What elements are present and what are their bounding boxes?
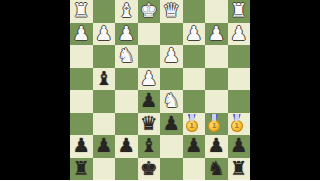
square-d1[interactable]: ♛ (160, 0, 183, 23)
square-f5[interactable] (115, 90, 138, 113)
chess-board: ♜♝♚♛♜♟♟♟♟♟♟♞♟♝♟♟♞♛♟♟♟♟♝♟♟♟♜♚♞♜111 (70, 0, 250, 180)
square-e8[interactable]: ♚ (138, 158, 161, 181)
square-c4[interactable] (183, 68, 206, 91)
piece-black-bishop[interactable]: ♝ (138, 135, 161, 158)
piece-black-pawn[interactable]: ♟ (115, 135, 138, 158)
square-g5[interactable] (93, 90, 116, 113)
square-f4[interactable] (115, 68, 138, 91)
square-a5[interactable] (228, 90, 251, 113)
square-h8[interactable]: ♜ (70, 158, 93, 181)
video-frame: ♜♝♚♛♜♟♟♟♟♟♟♞♟♝♟♟♞♛♟♟♟♟♝♟♟♟♜♚♞♜111 (0, 0, 320, 180)
piece-black-bishop[interactable]: ♝ (93, 68, 116, 91)
square-f2[interactable]: ♟ (115, 23, 138, 46)
square-d6[interactable]: ♟ (160, 113, 183, 136)
piece-black-pawn[interactable]: ♟ (160, 113, 183, 136)
piece-white-pawn[interactable]: ♟ (183, 23, 206, 46)
square-e5[interactable]: ♟ (138, 90, 161, 113)
square-e7[interactable]: ♝ (138, 135, 161, 158)
piece-white-king[interactable]: ♚ (138, 0, 161, 23)
square-g1[interactable] (93, 0, 116, 23)
square-g8[interactable] (93, 158, 116, 181)
piece-black-rook[interactable]: ♜ (228, 158, 251, 181)
square-f6[interactable] (115, 113, 138, 136)
square-g6[interactable] (93, 113, 116, 136)
square-d2[interactable] (160, 23, 183, 46)
square-h6[interactable] (70, 113, 93, 136)
square-f3[interactable]: ♞ (115, 45, 138, 68)
piece-white-rook[interactable]: ♜ (70, 0, 93, 23)
square-g3[interactable] (93, 45, 116, 68)
square-c8[interactable] (183, 158, 206, 181)
square-a2[interactable]: ♟ (228, 23, 251, 46)
square-h7[interactable]: ♟ (70, 135, 93, 158)
square-b6[interactable] (205, 113, 228, 136)
square-g4[interactable]: ♝ (93, 68, 116, 91)
piece-black-pawn[interactable]: ♟ (183, 135, 206, 158)
square-c1[interactable] (183, 0, 206, 23)
piece-white-pawn[interactable]: ♟ (160, 45, 183, 68)
square-a7[interactable]: ♟ (228, 135, 251, 158)
piece-black-pawn[interactable]: ♟ (93, 135, 116, 158)
square-c3[interactable] (183, 45, 206, 68)
piece-white-queen[interactable]: ♛ (160, 0, 183, 23)
piece-black-knight[interactable]: ♞ (205, 158, 228, 181)
square-g7[interactable]: ♟ (93, 135, 116, 158)
square-b4[interactable] (205, 68, 228, 91)
square-d5[interactable]: ♞ (160, 90, 183, 113)
square-e1[interactable]: ♚ (138, 0, 161, 23)
square-c5[interactable] (183, 90, 206, 113)
square-h3[interactable] (70, 45, 93, 68)
piece-white-pawn[interactable]: ♟ (138, 68, 161, 91)
piece-white-pawn[interactable]: ♟ (70, 23, 93, 46)
square-d3[interactable]: ♟ (160, 45, 183, 68)
piece-white-pawn[interactable]: ♟ (228, 23, 251, 46)
square-a6[interactable] (228, 113, 251, 136)
square-h5[interactable] (70, 90, 93, 113)
piece-white-knight[interactable]: ♞ (160, 90, 183, 113)
square-e3[interactable] (138, 45, 161, 68)
piece-black-pawn[interactable]: ♟ (70, 135, 93, 158)
square-e4[interactable]: ♟ (138, 68, 161, 91)
piece-black-queen[interactable]: ♛ (138, 113, 161, 136)
square-h2[interactable]: ♟ (70, 23, 93, 46)
square-b7[interactable]: ♟ (205, 135, 228, 158)
square-b1[interactable] (205, 0, 228, 23)
piece-white-knight[interactable]: ♞ (115, 45, 138, 68)
square-h1[interactable]: ♜ (70, 0, 93, 23)
square-f8[interactable] (115, 158, 138, 181)
square-d7[interactable] (160, 135, 183, 158)
piece-white-pawn[interactable]: ♟ (115, 23, 138, 46)
square-h4[interactable] (70, 68, 93, 91)
piece-black-pawn[interactable]: ♟ (205, 135, 228, 158)
piece-white-bishop[interactable]: ♝ (115, 0, 138, 23)
square-f1[interactable]: ♝ (115, 0, 138, 23)
square-e6[interactable]: ♛ (138, 113, 161, 136)
square-e2[interactable] (138, 23, 161, 46)
piece-black-king[interactable]: ♚ (138, 158, 161, 181)
square-b5[interactable] (205, 90, 228, 113)
square-b8[interactable]: ♞ (205, 158, 228, 181)
piece-black-pawn[interactable]: ♟ (228, 135, 251, 158)
square-d4[interactable] (160, 68, 183, 91)
square-a1[interactable]: ♜ (228, 0, 251, 23)
square-b3[interactable] (205, 45, 228, 68)
piece-black-pawn[interactable]: ♟ (138, 90, 161, 113)
square-a4[interactable] (228, 68, 251, 91)
square-a3[interactable] (228, 45, 251, 68)
square-d8[interactable] (160, 158, 183, 181)
piece-white-pawn[interactable]: ♟ (205, 23, 228, 46)
piece-black-rook[interactable]: ♜ (70, 158, 93, 181)
square-a8[interactable]: ♜ (228, 158, 251, 181)
square-b2[interactable]: ♟ (205, 23, 228, 46)
piece-white-pawn[interactable]: ♟ (93, 23, 116, 46)
piece-white-rook[interactable]: ♜ (228, 0, 251, 23)
square-c7[interactable]: ♟ (183, 135, 206, 158)
square-g2[interactable]: ♟ (93, 23, 116, 46)
square-f7[interactable]: ♟ (115, 135, 138, 158)
square-c2[interactable]: ♟ (183, 23, 206, 46)
square-c6[interactable] (183, 113, 206, 136)
